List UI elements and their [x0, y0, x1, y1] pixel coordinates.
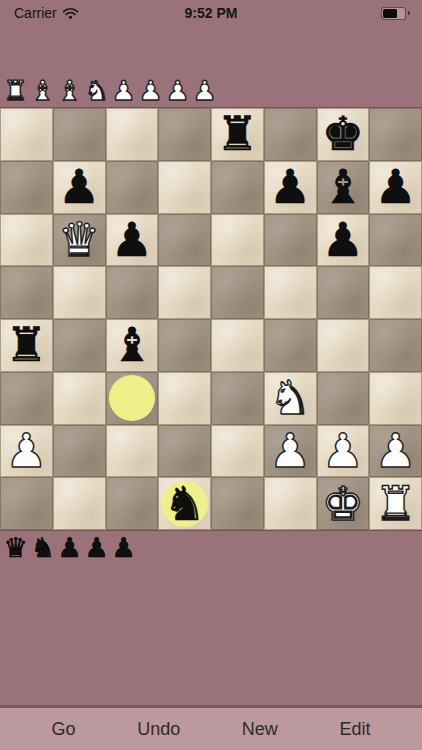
black-knight-captured: ♞	[29, 533, 56, 563]
white-queen[interactable]: ♛	[58, 214, 100, 266]
square-c8[interactable]	[106, 108, 159, 161]
black-pawn[interactable]: ♟	[111, 214, 153, 266]
square-d7[interactable]	[158, 161, 211, 214]
square-a6[interactable]	[0, 214, 53, 267]
white-bishop-captured: ♝	[29, 76, 56, 106]
black-king[interactable]: ♚	[322, 108, 364, 160]
black-pawn[interactable]: ♟	[375, 161, 417, 213]
highlight-circle-c3	[109, 375, 155, 421]
black-bishop[interactable]: ♝	[322, 161, 364, 213]
square-b1[interactable]	[53, 477, 106, 530]
black-pawn-captured: ♟	[83, 533, 110, 563]
black-pawn-captured: ♟	[110, 533, 137, 563]
white-rook-captured: ♜	[2, 76, 29, 106]
square-c7[interactable]	[106, 161, 159, 214]
square-g8[interactable]: ♚	[317, 108, 370, 161]
square-g2[interactable]: ♟	[317, 425, 370, 478]
square-c4[interactable]: ♝	[106, 319, 159, 372]
white-bishop-captured: ♝	[56, 76, 83, 106]
square-b5[interactable]	[53, 266, 106, 319]
white-king[interactable]: ♚	[322, 478, 364, 530]
white-pawn-captured: ♟	[110, 76, 137, 106]
black-pawn[interactable]: ♟	[322, 214, 364, 266]
square-a5[interactable]	[0, 266, 53, 319]
square-f1[interactable]	[264, 477, 317, 530]
square-g3[interactable]	[317, 372, 370, 425]
status-bar: Carrier 9:52 PM	[0, 0, 422, 26]
white-pawn-captured: ♟	[191, 76, 218, 106]
square-a3[interactable]	[0, 372, 53, 425]
black-queen-captured: ♛	[2, 533, 29, 563]
square-c6[interactable]: ♟	[106, 214, 159, 267]
undo-button[interactable]: Undo	[127, 715, 190, 744]
square-c3[interactable]	[106, 372, 159, 425]
square-b2[interactable]	[53, 425, 106, 478]
square-a4[interactable]: ♜	[0, 319, 53, 372]
square-e2[interactable]	[211, 425, 264, 478]
square-h1[interactable]: ♜	[369, 477, 422, 530]
square-b7[interactable]: ♟	[53, 161, 106, 214]
white-knight[interactable]: ♞	[269, 372, 311, 424]
chess-board: ♜♚♟♟♝♟♛♟♟♜♝♞♟♟♟♟♞♚♜	[0, 108, 422, 530]
square-h5[interactable]	[369, 266, 422, 319]
square-h7[interactable]: ♟	[369, 161, 422, 214]
white-knight-captured: ♞	[83, 76, 110, 106]
square-f6[interactable]	[264, 214, 317, 267]
square-g5[interactable]	[317, 266, 370, 319]
black-pawn[interactable]: ♟	[58, 161, 100, 213]
square-f7[interactable]: ♟	[264, 161, 317, 214]
square-b6[interactable]: ♛	[53, 214, 106, 267]
battery-icon	[381, 7, 406, 20]
new-button[interactable]: New	[232, 715, 288, 744]
white-pawn[interactable]: ♟	[322, 425, 364, 477]
captured-white-tray: ♜♝♝♞♟♟♟♟	[2, 74, 218, 106]
square-e5[interactable]	[211, 266, 264, 319]
square-e1[interactable]	[211, 477, 264, 530]
square-h2[interactable]: ♟	[369, 425, 422, 478]
square-g6[interactable]: ♟	[317, 214, 370, 267]
captured-black-tray: ♛♞♟♟♟	[2, 531, 137, 563]
white-pawn[interactable]: ♟	[269, 425, 311, 477]
square-g4[interactable]	[317, 319, 370, 372]
white-pawn-captured: ♟	[137, 76, 164, 106]
square-f8[interactable]	[264, 108, 317, 161]
square-a8[interactable]	[0, 108, 53, 161]
square-c2[interactable]	[106, 425, 159, 478]
square-g1[interactable]: ♚	[317, 477, 370, 530]
edit-button[interactable]: Edit	[329, 715, 380, 744]
square-a1[interactable]	[0, 477, 53, 530]
square-g7[interactable]: ♝	[317, 161, 370, 214]
square-e6[interactable]	[211, 214, 264, 267]
black-bishop[interactable]: ♝	[111, 319, 153, 371]
square-d5[interactable]	[158, 266, 211, 319]
square-f5[interactable]	[264, 266, 317, 319]
square-d1[interactable]: ♞	[158, 477, 211, 530]
square-a2[interactable]: ♟	[0, 425, 53, 478]
square-f4[interactable]	[264, 319, 317, 372]
square-d4[interactable]	[158, 319, 211, 372]
toolbar: Go Undo New Edit	[0, 705, 422, 750]
white-rook[interactable]: ♜	[375, 478, 417, 530]
black-rook[interactable]: ♜	[216, 108, 258, 160]
square-d2[interactable]	[158, 425, 211, 478]
square-d6[interactable]	[158, 214, 211, 267]
square-f3[interactable]: ♞	[264, 372, 317, 425]
square-e4[interactable]	[211, 319, 264, 372]
black-pawn[interactable]: ♟	[269, 161, 311, 213]
wifi-icon	[62, 7, 79, 19]
black-pawn-captured: ♟	[56, 533, 83, 563]
square-b4[interactable]	[53, 319, 106, 372]
square-f2[interactable]: ♟	[264, 425, 317, 478]
square-e8[interactable]: ♜	[211, 108, 264, 161]
square-h4[interactable]	[369, 319, 422, 372]
square-e7[interactable]	[211, 161, 264, 214]
square-h6[interactable]	[369, 214, 422, 267]
square-h8[interactable]	[369, 108, 422, 161]
clock: 9:52 PM	[185, 0, 238, 26]
white-pawn-captured: ♟	[164, 76, 191, 106]
square-a7[interactable]	[0, 161, 53, 214]
carrier-label: Carrier	[14, 5, 57, 21]
square-c5[interactable]	[106, 266, 159, 319]
white-pawn[interactable]: ♟	[5, 425, 47, 477]
square-b3[interactable]	[53, 372, 106, 425]
black-rook[interactable]: ♜	[5, 319, 47, 371]
square-d8[interactable]	[158, 108, 211, 161]
white-pawn[interactable]: ♟	[375, 425, 417, 477]
go-button[interactable]: Go	[42, 715, 86, 744]
square-h3[interactable]	[369, 372, 422, 425]
square-d3[interactable]	[158, 372, 211, 425]
square-c1[interactable]	[106, 477, 159, 530]
black-knight[interactable]: ♞	[164, 478, 206, 530]
square-b8[interactable]	[53, 108, 106, 161]
chess-app-screen: Carrier 9:52 PM ♜♝♝♞♟♟♟♟ ♜♚♟♟♝♟♛♟♟♜♝♞♟♟♟…	[0, 0, 422, 750]
square-e3[interactable]	[211, 372, 264, 425]
